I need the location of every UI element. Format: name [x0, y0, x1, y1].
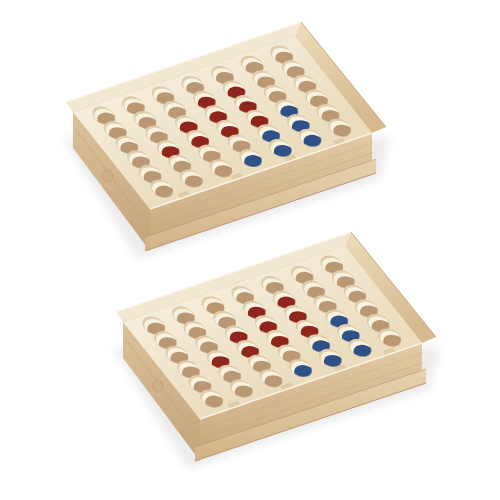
clasp-mark — [103, 170, 113, 182]
product-photo — [0, 0, 500, 500]
scene-svg — [0, 0, 500, 500]
board-top — [63, 22, 390, 259]
clasp-mark — [153, 380, 163, 392]
board-bottom — [113, 232, 440, 469]
